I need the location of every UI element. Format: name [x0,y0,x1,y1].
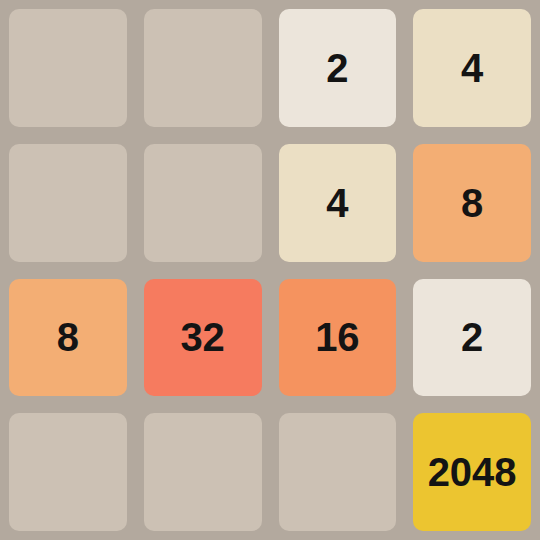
empty-cell [144,144,262,262]
tile-2: 2 [279,9,397,127]
empty-cell [9,413,127,531]
tile-8: 8 [413,144,531,262]
tile-4: 4 [413,9,531,127]
tile-32: 32 [144,279,262,397]
tile-8: 8 [9,279,127,397]
tile-16: 16 [279,279,397,397]
tile-2: 2 [413,279,531,397]
empty-cell [9,144,127,262]
empty-cell [279,413,397,531]
empty-cell [144,413,262,531]
tile-2048: 2048 [413,413,531,531]
board-2048[interactable]: 24488321622048 [0,0,540,540]
tile-4: 4 [279,144,397,262]
empty-cell [9,9,127,127]
empty-cell [144,9,262,127]
